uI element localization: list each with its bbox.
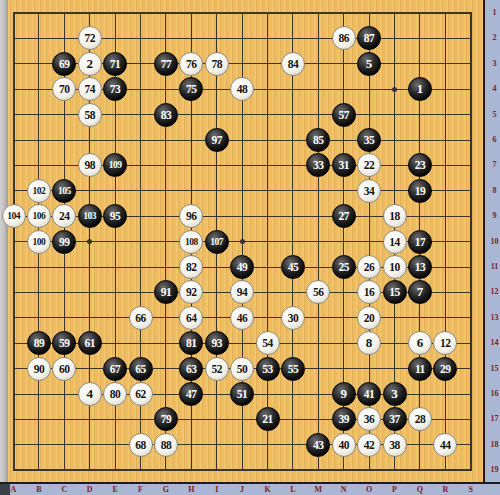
move-number: 35 xyxy=(364,134,375,146)
col-label-L: L xyxy=(287,485,299,495)
row-label-17: 17 xyxy=(488,414,500,424)
stone-R14-move-12[interactable]: 12 xyxy=(433,331,457,355)
grid-line-horizontal xyxy=(13,469,472,471)
move-number: 109 xyxy=(109,160,122,170)
move-number: 93 xyxy=(211,337,222,349)
move-number: 24 xyxy=(59,210,70,222)
move-number: 34 xyxy=(364,185,375,197)
stone-Q14-move-6[interactable]: 6 xyxy=(408,331,432,355)
row-label-8: 8 xyxy=(488,186,500,196)
stone-H11-move-82[interactable]: 82 xyxy=(179,255,203,279)
move-number: 20 xyxy=(364,312,375,324)
move-number: 100 xyxy=(33,237,46,247)
stone-D9-move-103[interactable]: 103 xyxy=(78,204,102,228)
stone-I15-move-52[interactable]: 52 xyxy=(205,357,229,381)
stone-M12-move-56[interactable]: 56 xyxy=(306,280,330,304)
stone-P16-move-3[interactable]: 3 xyxy=(383,382,407,406)
stone-O3-move-5[interactable]: 5 xyxy=(357,52,381,76)
move-number: 17 xyxy=(415,236,426,248)
stone-D5-move-58[interactable]: 58 xyxy=(78,103,102,127)
row-label-9: 9 xyxy=(488,211,500,221)
stone-I10-move-107[interactable]: 107 xyxy=(205,230,229,254)
stone-P12-move-15[interactable]: 15 xyxy=(383,280,407,304)
star-point-P4 xyxy=(392,87,397,92)
move-number: 62 xyxy=(135,388,146,400)
stone-C10-move-99[interactable]: 99 xyxy=(52,230,76,254)
move-number: 86 xyxy=(338,32,349,44)
stone-J11-move-49[interactable]: 49 xyxy=(230,255,254,279)
move-number: 90 xyxy=(34,363,45,375)
stone-F15-move-65[interactable]: 65 xyxy=(129,357,153,381)
move-number: 26 xyxy=(364,261,375,273)
stone-H4-move-75[interactable]: 75 xyxy=(179,77,203,101)
move-number: 82 xyxy=(186,261,197,273)
move-number: 52 xyxy=(211,363,222,375)
col-label-J: J xyxy=(236,485,248,495)
move-number: 78 xyxy=(211,58,222,70)
move-number: 30 xyxy=(288,312,299,324)
row-label-18: 18 xyxy=(488,440,500,450)
star-point-D10 xyxy=(87,239,92,244)
window-left-edge xyxy=(0,0,8,482)
move-number: 61 xyxy=(84,337,95,349)
stone-J15-move-50[interactable]: 50 xyxy=(230,357,254,381)
stone-D7-move-98[interactable]: 98 xyxy=(78,153,102,177)
move-number: 2 xyxy=(86,56,93,72)
row-label-14: 14 xyxy=(488,338,500,348)
stone-I6-move-97[interactable]: 97 xyxy=(205,128,229,152)
move-number: 18 xyxy=(389,210,400,222)
stone-O14-move-8[interactable]: 8 xyxy=(357,331,381,355)
col-label-M: M xyxy=(312,485,324,495)
col-label-D: D xyxy=(84,485,96,495)
col-label-G: G xyxy=(160,485,172,495)
stone-P11-move-10[interactable]: 10 xyxy=(383,255,407,279)
stone-E7-move-109[interactable]: 109 xyxy=(103,153,127,177)
move-number: 89 xyxy=(34,337,45,349)
move-number: 55 xyxy=(288,363,299,375)
stone-K14-move-54[interactable]: 54 xyxy=(256,331,280,355)
move-number: 81 xyxy=(186,337,197,349)
move-number: 57 xyxy=(338,109,349,121)
stone-C9-move-24[interactable]: 24 xyxy=(52,204,76,228)
stone-O13-move-20[interactable]: 20 xyxy=(357,306,381,330)
move-number: 65 xyxy=(135,363,146,375)
move-number: 48 xyxy=(237,83,248,95)
move-number: 95 xyxy=(110,210,121,222)
move-number: 19 xyxy=(415,185,426,197)
move-number: 51 xyxy=(237,388,248,400)
stone-C3-move-69[interactable]: 69 xyxy=(52,52,76,76)
move-number: 83 xyxy=(161,109,172,121)
move-number: 77 xyxy=(161,58,172,70)
stone-R18-move-44[interactable]: 44 xyxy=(433,433,457,457)
move-number: 25 xyxy=(338,261,349,273)
row-label-2: 2 xyxy=(488,33,500,43)
col-label-F: F xyxy=(135,485,147,495)
stone-O8-move-34[interactable]: 34 xyxy=(357,179,381,203)
grid-line-vertical xyxy=(445,12,446,471)
stone-P9-move-18[interactable]: 18 xyxy=(383,204,407,228)
stone-B15-move-90[interactable]: 90 xyxy=(27,357,51,381)
move-number: 7 xyxy=(417,284,424,300)
move-number: 46 xyxy=(237,312,248,324)
stone-P17-move-37[interactable]: 37 xyxy=(383,407,407,431)
move-number: 60 xyxy=(59,363,70,375)
stone-C15-move-60[interactable]: 60 xyxy=(52,357,76,381)
move-number: 58 xyxy=(84,109,95,121)
stone-G17-move-79[interactable]: 79 xyxy=(154,407,178,431)
move-number: 1 xyxy=(417,81,424,97)
move-number: 8 xyxy=(366,335,373,351)
stone-K15-move-53[interactable]: 53 xyxy=(256,357,280,381)
move-number: 12 xyxy=(440,337,451,349)
move-number: 84 xyxy=(288,58,299,70)
move-number: 56 xyxy=(313,286,324,298)
stone-G12-move-91[interactable]: 91 xyxy=(154,280,178,304)
stone-L11-move-45[interactable]: 45 xyxy=(281,255,305,279)
stone-B8-move-102[interactable]: 102 xyxy=(27,179,51,203)
stone-G5-move-83[interactable]: 83 xyxy=(154,103,178,127)
stone-O18-move-42[interactable]: 42 xyxy=(357,433,381,457)
move-number: 41 xyxy=(364,388,375,400)
row-label-19: 19 xyxy=(488,465,500,475)
move-number: 49 xyxy=(237,261,248,273)
stone-D16-move-4[interactable]: 4 xyxy=(78,382,102,406)
move-number: 10 xyxy=(389,261,400,273)
move-number: 5 xyxy=(366,56,373,72)
row-label-13: 13 xyxy=(488,313,500,323)
move-number: 94 xyxy=(237,286,248,298)
stone-G3-move-77[interactable]: 77 xyxy=(154,52,178,76)
stone-B10-move-100[interactable]: 100 xyxy=(27,230,51,254)
col-label-I: I xyxy=(211,485,223,495)
move-number: 14 xyxy=(389,236,400,248)
move-number: 54 xyxy=(262,337,273,349)
move-number: 103 xyxy=(83,211,96,221)
move-number: 11 xyxy=(415,363,425,375)
go-game-diagram: 1234567891011121314151617181920212223242… xyxy=(0,0,500,495)
row-label-4: 4 xyxy=(488,84,500,94)
row-label-7: 7 xyxy=(488,160,500,170)
col-label-C: C xyxy=(58,485,70,495)
stone-O16-move-41[interactable]: 41 xyxy=(357,382,381,406)
move-number: 22 xyxy=(364,159,375,171)
move-number: 45 xyxy=(288,261,299,273)
stone-J16-move-51[interactable]: 51 xyxy=(230,382,254,406)
stone-N18-move-40[interactable]: 40 xyxy=(332,433,356,457)
move-number: 9 xyxy=(340,386,347,402)
move-number: 79 xyxy=(161,413,172,425)
move-number: 33 xyxy=(313,159,324,171)
stone-H14-move-81[interactable]: 81 xyxy=(179,331,203,355)
move-number: 63 xyxy=(186,363,197,375)
row-label-3: 3 xyxy=(488,59,500,69)
move-number: 21 xyxy=(262,413,273,425)
stone-H13-move-64[interactable]: 64 xyxy=(179,306,203,330)
move-number: 107 xyxy=(210,237,223,247)
stone-E16-move-80[interactable]: 80 xyxy=(103,382,127,406)
stone-C14-move-59[interactable]: 59 xyxy=(52,331,76,355)
col-label-R: R xyxy=(439,485,451,495)
stone-M7-move-33[interactable]: 33 xyxy=(306,153,330,177)
move-number: 66 xyxy=(135,312,146,324)
stone-H12-move-92[interactable]: 92 xyxy=(179,280,203,304)
row-label-10: 10 xyxy=(488,237,500,247)
go-board[interactable]: 1234567891011121314151617181920212223242… xyxy=(8,0,485,482)
move-number: 53 xyxy=(262,363,273,375)
move-number: 70 xyxy=(59,83,70,95)
stone-O17-move-36[interactable]: 36 xyxy=(357,407,381,431)
move-number: 37 xyxy=(389,413,400,425)
stone-D14-move-61[interactable]: 61 xyxy=(78,331,102,355)
move-number: 59 xyxy=(59,337,70,349)
row-label-5: 5 xyxy=(488,110,500,120)
stone-N5-move-57[interactable]: 57 xyxy=(332,103,356,127)
move-number: 87 xyxy=(364,32,375,44)
move-number: 80 xyxy=(110,388,121,400)
move-number: 39 xyxy=(338,413,349,425)
col-label-K: K xyxy=(262,485,274,495)
move-number: 15 xyxy=(389,286,400,298)
stone-Q11-move-13[interactable]: 13 xyxy=(408,255,432,279)
stone-N7-move-31[interactable]: 31 xyxy=(332,153,356,177)
stone-E9-move-95[interactable]: 95 xyxy=(103,204,127,228)
move-number: 73 xyxy=(110,83,121,95)
stone-F18-move-68[interactable]: 68 xyxy=(129,433,153,457)
stone-H10-move-108[interactable]: 108 xyxy=(179,230,203,254)
move-number: 85 xyxy=(313,134,324,146)
col-label-H: H xyxy=(185,485,197,495)
move-number: 75 xyxy=(186,83,197,95)
stone-N16-move-9[interactable]: 9 xyxy=(332,382,356,406)
move-number: 97 xyxy=(211,134,222,146)
col-label-E: E xyxy=(109,485,121,495)
stone-D2-move-72[interactable]: 72 xyxy=(78,26,102,50)
corner-shadow xyxy=(0,484,10,495)
stone-H3-move-76[interactable]: 76 xyxy=(179,52,203,76)
stone-E3-move-71[interactable]: 71 xyxy=(103,52,127,76)
stone-H15-move-63[interactable]: 63 xyxy=(179,357,203,381)
row-label-11: 11 xyxy=(488,262,500,272)
move-number: 108 xyxy=(185,237,198,247)
col-label-S: S xyxy=(465,485,477,495)
move-number: 43 xyxy=(313,439,324,451)
grid-line-vertical xyxy=(292,12,293,471)
stone-C4-move-70[interactable]: 70 xyxy=(52,77,76,101)
stone-L13-move-30[interactable]: 30 xyxy=(281,306,305,330)
stone-O11-move-26[interactable]: 26 xyxy=(357,255,381,279)
star-point-J10 xyxy=(240,239,245,244)
move-number: 31 xyxy=(338,159,349,171)
move-number: 72 xyxy=(84,32,95,44)
move-number: 47 xyxy=(186,388,197,400)
move-number: 64 xyxy=(186,312,197,324)
stone-L3-move-84[interactable]: 84 xyxy=(281,52,305,76)
stone-H16-move-47[interactable]: 47 xyxy=(179,382,203,406)
stone-N2-move-86[interactable]: 86 xyxy=(332,26,356,50)
stone-D4-move-74[interactable]: 74 xyxy=(78,77,102,101)
grid-line-vertical xyxy=(318,12,319,471)
stone-Q17-move-28[interactable]: 28 xyxy=(408,407,432,431)
stone-O2-move-87[interactable]: 87 xyxy=(357,26,381,50)
move-number: 28 xyxy=(415,413,426,425)
row-label-12: 12 xyxy=(488,287,500,297)
stone-E4-move-73[interactable]: 73 xyxy=(103,77,127,101)
column-coordinate-strip: ABCDEFGHIJKLMNOPQRS xyxy=(0,482,500,495)
move-number: 3 xyxy=(391,386,398,402)
move-number: 40 xyxy=(338,439,349,451)
move-number: 74 xyxy=(84,83,95,95)
stone-P18-move-38[interactable]: 38 xyxy=(383,433,407,457)
move-number: 71 xyxy=(110,58,121,70)
stone-D3-move-2[interactable]: 2 xyxy=(78,52,102,76)
stone-Q15-move-11[interactable]: 11 xyxy=(408,357,432,381)
move-number: 91 xyxy=(161,286,172,298)
stone-A9-move-104[interactable]: 104 xyxy=(2,204,26,228)
row-label-6: 6 xyxy=(488,135,500,145)
move-number: 4 xyxy=(86,386,93,402)
stone-I3-move-78[interactable]: 78 xyxy=(205,52,229,76)
move-number: 16 xyxy=(364,286,375,298)
move-number: 102 xyxy=(33,186,46,196)
move-number: 96 xyxy=(186,210,197,222)
col-label-O: O xyxy=(363,485,375,495)
move-number: 68 xyxy=(135,439,146,451)
move-number: 99 xyxy=(59,236,70,248)
stone-F16-move-62[interactable]: 62 xyxy=(129,382,153,406)
col-label-Q: Q xyxy=(414,485,426,495)
move-number: 27 xyxy=(338,210,349,222)
move-number: 29 xyxy=(440,363,451,375)
move-number: 36 xyxy=(364,413,375,425)
stone-B14-move-89[interactable]: 89 xyxy=(27,331,51,355)
stone-J12-move-94[interactable]: 94 xyxy=(230,280,254,304)
col-label-N: N xyxy=(338,485,350,495)
stone-F13-move-66[interactable]: 66 xyxy=(129,306,153,330)
stone-J4-move-48[interactable]: 48 xyxy=(230,77,254,101)
move-number: 23 xyxy=(415,159,426,171)
stone-Q8-move-19[interactable]: 19 xyxy=(408,179,432,203)
move-number: 98 xyxy=(84,159,95,171)
stone-R15-move-29[interactable]: 29 xyxy=(433,357,457,381)
stone-Q4-move-1[interactable]: 1 xyxy=(408,77,432,101)
row-label-15: 15 xyxy=(488,364,500,374)
move-number: 92 xyxy=(186,286,197,298)
stone-N17-move-39[interactable]: 39 xyxy=(332,407,356,431)
stone-N11-move-25[interactable]: 25 xyxy=(332,255,356,279)
stone-O7-move-22[interactable]: 22 xyxy=(357,153,381,177)
stone-B9-move-106[interactable]: 106 xyxy=(27,204,51,228)
row-label-16: 16 xyxy=(488,389,500,399)
stone-M18-move-43[interactable]: 43 xyxy=(306,433,330,457)
move-number: 104 xyxy=(7,211,20,221)
stone-G18-move-88[interactable]: 88 xyxy=(154,433,178,457)
move-number: 6 xyxy=(417,335,424,351)
move-number: 13 xyxy=(415,261,426,273)
move-number: 67 xyxy=(110,363,121,375)
move-number: 44 xyxy=(440,439,451,451)
stone-K17-move-21[interactable]: 21 xyxy=(256,407,280,431)
stone-J13-move-46[interactable]: 46 xyxy=(230,306,254,330)
move-number: 105 xyxy=(58,186,71,196)
stone-L15-move-55[interactable]: 55 xyxy=(281,357,305,381)
stone-I14-move-93[interactable]: 93 xyxy=(205,331,229,355)
stone-P10-move-14[interactable]: 14 xyxy=(383,230,407,254)
move-number: 42 xyxy=(364,439,375,451)
stone-Q10-move-17[interactable]: 17 xyxy=(408,230,432,254)
grid-line-vertical xyxy=(470,12,472,471)
move-number: 69 xyxy=(59,58,70,70)
stone-O6-move-35[interactable]: 35 xyxy=(357,128,381,152)
move-number: 106 xyxy=(33,211,46,221)
stone-Q12-move-7[interactable]: 7 xyxy=(408,280,432,304)
row-label-1: 1 xyxy=(488,8,500,18)
stone-C8-move-105[interactable]: 105 xyxy=(52,179,76,203)
stone-M6-move-85[interactable]: 85 xyxy=(306,128,330,152)
move-number: 76 xyxy=(186,58,197,70)
move-number: 38 xyxy=(389,439,400,451)
col-label-B: B xyxy=(33,485,45,495)
move-number: 88 xyxy=(161,439,172,451)
stone-E15-move-67[interactable]: 67 xyxy=(103,357,127,381)
grid-line-vertical xyxy=(267,12,268,471)
row-coordinate-strip: 12345678910111213141516171819 xyxy=(483,0,500,482)
stone-Q7-move-23[interactable]: 23 xyxy=(408,153,432,177)
stone-O12-move-16[interactable]: 16 xyxy=(357,280,381,304)
stone-N9-move-27[interactable]: 27 xyxy=(332,204,356,228)
stone-H9-move-96[interactable]: 96 xyxy=(179,204,203,228)
move-number: 50 xyxy=(237,363,248,375)
col-label-P: P xyxy=(389,485,401,495)
